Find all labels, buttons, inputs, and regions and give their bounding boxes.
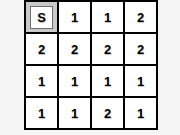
cell-value: 1: [104, 10, 111, 25]
cell-r1c1[interactable]: 2: [58, 33, 91, 65]
maze-board: S112222211111121: [24, 0, 158, 130]
puzzle-page: S112222211111121: [0, 0, 180, 135]
cell-r3c2[interactable]: 2: [91, 97, 124, 129]
cell-value: 1: [71, 10, 78, 25]
cell-r2c0[interactable]: 1: [25, 65, 58, 97]
cell-value: 2: [38, 42, 45, 57]
start-cell-box: S: [30, 6, 53, 29]
cell-r2c3[interactable]: 1: [124, 65, 157, 97]
cell-r1c2[interactable]: 2: [91, 33, 124, 65]
cell-value: 2: [71, 42, 78, 57]
cell-value: 1: [38, 106, 45, 121]
cell-r0c1[interactable]: 1: [58, 1, 91, 33]
cell-r1c0[interactable]: 2: [25, 33, 58, 65]
cell-r0c0[interactable]: S: [25, 1, 58, 33]
cell-r0c3[interactable]: 2: [124, 1, 157, 33]
cell-r0c2[interactable]: 1: [91, 1, 124, 33]
cell-value: 2: [104, 106, 111, 121]
cell-value: 2: [137, 42, 144, 57]
cell-value: 2: [137, 10, 144, 25]
cell-r2c1[interactable]: 1: [58, 65, 91, 97]
cell-r3c1[interactable]: 1: [58, 97, 91, 129]
cell-value: 1: [137, 74, 144, 89]
cell-value: 1: [71, 74, 78, 89]
start-cell-label: S: [37, 10, 46, 25]
cell-r1c3[interactable]: 2: [124, 33, 157, 65]
cell-r3c3[interactable]: 1: [124, 97, 157, 129]
cell-r3c0[interactable]: 1: [25, 97, 58, 129]
cell-r2c2[interactable]: 1: [91, 65, 124, 97]
cell-value: 1: [71, 106, 78, 121]
cell-value: 1: [104, 74, 111, 89]
cell-value: 1: [38, 74, 45, 89]
cell-value: 2: [104, 42, 111, 57]
cell-value: 1: [137, 106, 144, 121]
